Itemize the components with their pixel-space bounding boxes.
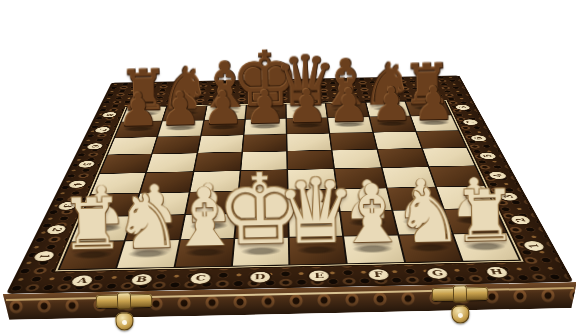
piece-black-pawn-e7[interactable]: ♟ (286, 87, 328, 127)
square-a7[interactable]: ♟ (115, 121, 161, 137)
chess-board: ABCDEFGH8877665544332211 ♜♞♝♚♛♝♞♜♟♟♟♟♟♟♟… (6, 75, 574, 294)
board-grid: ♜♞♝♚♛♝♞♜♟♟♟♟♟♟♟♟♟♟♟♟♟♟♟♟♜♞♝♚♛♝♞♜ (57, 101, 521, 271)
square-d7[interactable]: ♟ (244, 119, 286, 135)
square-c7[interactable]: ♟ (201, 120, 244, 136)
piece-black-pawn-g7[interactable]: ♟ (371, 85, 413, 125)
brass-drop-right-icon (451, 305, 469, 323)
square-c6[interactable] (198, 135, 243, 152)
square-d6[interactable] (243, 134, 286, 151)
square-f6[interactable] (330, 133, 376, 150)
square-e7[interactable]: ♟ (287, 118, 329, 134)
square-g7[interactable]: ♟ (370, 116, 415, 132)
square-b6[interactable] (153, 136, 200, 153)
square-b7[interactable]: ♟ (158, 121, 203, 137)
square-e6[interactable] (287, 134, 331, 151)
brass-clasp-right-icon[interactable] (432, 287, 488, 301)
piece-white-queen-e1[interactable]: ♛ (275, 173, 357, 251)
square-a6[interactable] (108, 137, 157, 154)
piece-black-pawn-b7[interactable]: ♟ (160, 89, 202, 129)
piece-black-pawn-a7[interactable]: ♟ (118, 90, 160, 130)
piece-white-knight-b1[interactable]: ♞ (114, 190, 182, 255)
piece-black-pawn-h7[interactable]: ♟ (413, 84, 455, 124)
square-g6[interactable] (373, 132, 420, 149)
brass-drop-left-icon (115, 312, 133, 330)
piece-white-knight-g1[interactable]: ♞ (395, 184, 463, 249)
piece-black-pawn-c7[interactable]: ♟ (202, 88, 244, 128)
piece-black-pawn-f7[interactable]: ♟ (328, 86, 370, 126)
piece-black-pawn-d7[interactable]: ♟ (244, 87, 286, 127)
board-tilt-wrapper: ABCDEFGH8877665544332211 ♜♞♝♚♛♝♞♜♟♟♟♟♟♟♟… (0, 0, 576, 336)
brass-clasp-left-icon[interactable] (96, 294, 152, 308)
chess-set-photo: ABCDEFGH8877665544332211 ♜♞♝♚♛♝♞♜♟♟♟♟♟♟♟… (0, 0, 576, 336)
square-b1[interactable]: ♞ (117, 240, 178, 268)
square-f7[interactable]: ♟ (328, 117, 372, 133)
square-h6[interactable] (417, 131, 466, 148)
